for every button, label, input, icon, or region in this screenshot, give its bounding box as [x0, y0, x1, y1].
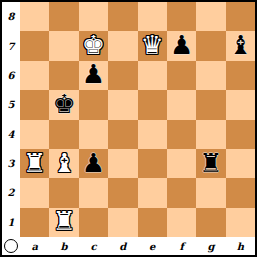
square-g7[interactable]	[196, 31, 225, 60]
file-label-f: f	[167, 237, 196, 255]
square-c3[interactable]: ♟	[79, 149, 108, 178]
file-label-d: d	[108, 237, 137, 255]
square-f5[interactable]	[167, 90, 196, 119]
square-d1[interactable]	[108, 208, 137, 237]
square-g3[interactable]: ♜	[196, 149, 225, 178]
square-a1[interactable]	[20, 208, 49, 237]
square-h6[interactable]	[226, 61, 255, 90]
file-label-a: a	[20, 237, 49, 255]
square-a8[interactable]	[20, 2, 49, 31]
square-g6[interactable]	[196, 61, 225, 90]
square-g5[interactable]	[196, 90, 225, 119]
square-c8[interactable]	[79, 2, 108, 31]
chess-board: 87♚♛♟♝6♟5♚43♜♝♟♜21♜abcdefgh	[2, 2, 255, 255]
rank-label-7: 7	[2, 31, 20, 60]
black-pawn: ♟	[170, 32, 193, 58]
square-b2[interactable]	[49, 178, 78, 207]
file-label-g: g	[196, 237, 225, 255]
rank-label-8: 8	[2, 2, 20, 31]
white-king: ♚	[82, 32, 105, 58]
square-g8[interactable]	[196, 2, 225, 31]
square-e4[interactable]	[138, 120, 167, 149]
chess-diagram: 87♚♛♟♝6♟5♚43♜♝♟♜21♜abcdefgh	[0, 0, 257, 257]
square-g1[interactable]	[196, 208, 225, 237]
black-pawn: ♟	[82, 61, 105, 87]
square-c7[interactable]: ♚	[79, 31, 108, 60]
square-b5[interactable]: ♚	[49, 90, 78, 119]
square-a3[interactable]: ♜	[20, 149, 49, 178]
square-d8[interactable]	[108, 2, 137, 31]
black-king: ♚	[52, 91, 75, 117]
square-b6[interactable]	[49, 61, 78, 90]
file-label-c: c	[79, 237, 108, 255]
square-d3[interactable]	[108, 149, 137, 178]
black-pawn: ♟	[82, 150, 105, 176]
square-c6[interactable]: ♟	[79, 61, 108, 90]
square-b8[interactable]	[49, 2, 78, 31]
square-a7[interactable]	[20, 31, 49, 60]
square-a6[interactable]	[20, 61, 49, 90]
square-e5[interactable]	[138, 90, 167, 119]
square-e1[interactable]	[138, 208, 167, 237]
square-c5[interactable]	[79, 90, 108, 119]
rank-label-6: 6	[2, 61, 20, 90]
square-e8[interactable]	[138, 2, 167, 31]
white-queen: ♛	[141, 32, 164, 58]
rank-label-4: 4	[2, 120, 20, 149]
square-c2[interactable]	[79, 178, 108, 207]
square-h1[interactable]	[226, 208, 255, 237]
square-g2[interactable]	[196, 178, 225, 207]
square-b3[interactable]: ♝	[49, 149, 78, 178]
square-d4[interactable]	[108, 120, 137, 149]
square-c4[interactable]	[79, 120, 108, 149]
square-h7[interactable]: ♝	[226, 31, 255, 60]
rank-label-5: 5	[2, 90, 20, 119]
white-rook: ♜	[23, 150, 46, 176]
square-d6[interactable]	[108, 61, 137, 90]
square-f3[interactable]	[167, 149, 196, 178]
square-b7[interactable]	[49, 31, 78, 60]
square-h5[interactable]	[226, 90, 255, 119]
black-bishop: ♝	[229, 32, 252, 58]
square-a2[interactable]	[20, 178, 49, 207]
square-h4[interactable]	[226, 120, 255, 149]
rank-label-3: 3	[2, 149, 20, 178]
square-f6[interactable]	[167, 61, 196, 90]
file-label-e: e	[138, 237, 167, 255]
black-rook: ♜	[199, 150, 222, 176]
square-h3[interactable]	[226, 149, 255, 178]
side-to-move-corner	[2, 237, 20, 255]
square-e7[interactable]: ♛	[138, 31, 167, 60]
square-b1[interactable]: ♜	[49, 208, 78, 237]
square-h2[interactable]	[226, 178, 255, 207]
square-a5[interactable]	[20, 90, 49, 119]
square-d2[interactable]	[108, 178, 137, 207]
white-bishop: ♝	[52, 150, 75, 176]
square-f7[interactable]: ♟	[167, 31, 196, 60]
square-b4[interactable]	[49, 120, 78, 149]
square-g4[interactable]	[196, 120, 225, 149]
rank-label-2: 2	[2, 178, 20, 207]
square-c1[interactable]	[79, 208, 108, 237]
square-e6[interactable]	[138, 61, 167, 90]
file-label-h: h	[226, 237, 255, 255]
square-f1[interactable]	[167, 208, 196, 237]
file-label-b: b	[49, 237, 78, 255]
square-d5[interactable]	[108, 90, 137, 119]
square-a4[interactable]	[20, 120, 49, 149]
square-d7[interactable]	[108, 31, 137, 60]
square-e3[interactable]	[138, 149, 167, 178]
square-f4[interactable]	[167, 120, 196, 149]
square-e2[interactable]	[138, 178, 167, 207]
square-h8[interactable]	[226, 2, 255, 31]
rank-label-1: 1	[2, 208, 20, 237]
square-f8[interactable]	[167, 2, 196, 31]
square-f2[interactable]	[167, 178, 196, 207]
white-to-move-indicator	[4, 239, 18, 253]
white-rook: ♜	[52, 208, 75, 234]
